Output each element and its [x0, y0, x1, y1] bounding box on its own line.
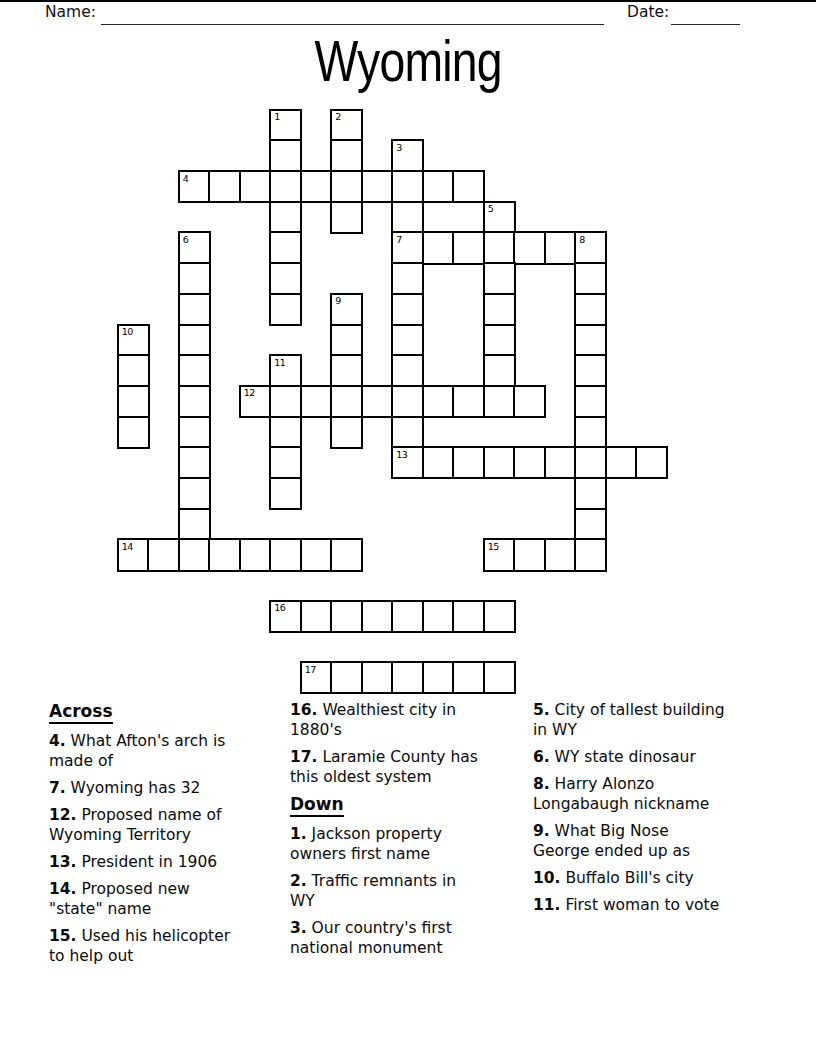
- grid-cell-r16c8[interactable]: [361, 600, 394, 633]
- grid-cell-r6c7[interactable]: 9: [330, 293, 363, 326]
- date-label: Date:: [627, 3, 669, 21]
- grid-cell-r18c10[interactable]: [422, 661, 455, 694]
- across-clue-4: 4. What Afton's arch is made of: [49, 731, 239, 771]
- grid-cell-r18c11[interactable]: [452, 661, 485, 694]
- clue-num-label-6: 6.: [533, 748, 550, 766]
- grid-cell-r16c6[interactable]: [300, 600, 333, 633]
- grid-cell-r11c17[interactable]: [635, 446, 668, 479]
- grid-cell-r5c15[interactable]: [574, 262, 607, 295]
- worksheet-page: { "game": "crossword", "page": { "title"…: [0, 0, 816, 1056]
- clue-number-1: 1: [274, 112, 280, 122]
- across-clue-16: 16. Wealthiest city in 1880's: [290, 700, 483, 740]
- down-heading: Down: [290, 794, 483, 817]
- grid-cell-r8c9[interactable]: [391, 354, 424, 387]
- down-clue-2: 2. Traffic remnants in WY: [290, 871, 483, 911]
- down-clue-6: 6. WY state dinosaur: [533, 747, 726, 767]
- grid-cell-r4c9[interactable]: 7: [391, 231, 424, 264]
- grid-cell-r8c12[interactable]: [483, 354, 516, 387]
- grid-cell-r4c13[interactable]: [513, 231, 546, 264]
- clue-num-label-8: 8.: [533, 775, 550, 793]
- grid-cell-r10c5[interactable]: [269, 416, 302, 449]
- clue-number-15: 15: [488, 542, 499, 552]
- grid-cell-r9c13[interactable]: [513, 385, 546, 418]
- grid-cell-r7c9[interactable]: [391, 324, 424, 357]
- down-heading-text: Down: [290, 794, 344, 817]
- grid-cell-r13c15[interactable]: [574, 508, 607, 541]
- down-clue-9: 9. What Big Nose George ended up as: [533, 821, 726, 861]
- grid-cell-r11c2[interactable]: [178, 446, 211, 479]
- grid-cell-r16c7[interactable]: [330, 600, 363, 633]
- clue-num-label-10: 10.: [533, 869, 560, 887]
- grid-cell-r12c5[interactable]: [269, 477, 302, 510]
- puzzle-title-wrap: Wyoming: [0, 29, 816, 93]
- grid-cell-r14c2[interactable]: [178, 538, 211, 571]
- clue-num-label-1: 1.: [290, 825, 307, 843]
- across-clue-13: 13. President in 1906: [49, 852, 239, 872]
- grid-cell-r6c15[interactable]: [574, 293, 607, 326]
- grid-cell-r2c5[interactable]: [269, 170, 302, 203]
- down-clue-11: 11. First woman to vote: [533, 895, 726, 915]
- clue-number-17: 17: [305, 665, 316, 675]
- grid-cell-r11c11[interactable]: [452, 446, 485, 479]
- clue-number-11: 11: [274, 358, 285, 368]
- across-clue-7: 7. Wyoming has 32: [49, 778, 239, 798]
- clue-num-label-17: 17.: [290, 748, 317, 766]
- across-clue-14: 14. Proposed new "state" name: [49, 879, 239, 919]
- grid-cell-r2c8[interactable]: [361, 170, 394, 203]
- across-clue-12: 12. Proposed name of Wyoming Territory: [49, 805, 239, 845]
- down-clue-1: 1. Jackson property owners first name: [290, 824, 483, 864]
- grid-cell-r14c13[interactable]: [513, 538, 546, 571]
- grid-cell-r7c12[interactable]: [483, 324, 516, 357]
- grid-cell-r8c7[interactable]: [330, 354, 363, 387]
- clue-number-7: 7: [396, 235, 402, 245]
- grid-cell-r5c12[interactable]: [483, 262, 516, 295]
- grid-cell-r5c9[interactable]: [391, 262, 424, 295]
- clues-column-left: Across4. What Afton's arch is made of7. …: [49, 700, 239, 973]
- grid-cell-r9c8[interactable]: [361, 385, 394, 418]
- grid-cell-r2c7[interactable]: [330, 170, 363, 203]
- grid-cell-r3c7[interactable]: [330, 201, 363, 234]
- grid-cell-r8c5[interactable]: 11: [269, 354, 302, 387]
- page-top-rule: [0, 0, 816, 2]
- grid-cell-r9c11[interactable]: [452, 385, 485, 418]
- grid-cell-r14c0[interactable]: 14: [117, 538, 150, 571]
- grid-cell-r14c12[interactable]: 15: [483, 538, 516, 571]
- grid-cell-r9c4[interactable]: 12: [239, 385, 272, 418]
- grid-cell-r10c15[interactable]: [574, 416, 607, 449]
- puzzle-title: Wyoming: [314, 29, 501, 93]
- grid-cell-r0c5[interactable]: 1: [269, 109, 302, 142]
- grid-cell-r11c15[interactable]: [574, 446, 607, 479]
- grid-cell-r10c9[interactable]: [391, 416, 424, 449]
- grid-cell-r9c12[interactable]: [483, 385, 516, 418]
- grid-cell-r18c7[interactable]: [330, 661, 363, 694]
- clue-number-10: 10: [122, 327, 133, 337]
- grid-cell-r8c15[interactable]: [574, 354, 607, 387]
- grid-cell-r7c7[interactable]: [330, 324, 363, 357]
- crossword-grid: 1234567891011121314151617: [118, 110, 667, 693]
- grid-cell-r14c7[interactable]: [330, 538, 363, 571]
- grid-cell-r4c5[interactable]: [269, 231, 302, 264]
- grid-cell-r2c2[interactable]: 4: [178, 170, 211, 203]
- grid-cell-r4c10[interactable]: [422, 231, 455, 264]
- grid-cell-r6c2[interactable]: [178, 293, 211, 326]
- grid-cell-r16c10[interactable]: [422, 600, 455, 633]
- grid-cell-r1c9[interactable]: 3: [391, 139, 424, 172]
- clue-number-6: 6: [183, 235, 189, 245]
- grid-cell-r4c12[interactable]: [483, 231, 516, 264]
- clue-number-2: 2: [335, 112, 341, 122]
- grid-cell-r5c5[interactable]: [269, 262, 302, 295]
- clue-number-14: 14: [122, 542, 133, 552]
- grid-cell-r9c7[interactable]: [330, 385, 363, 418]
- grid-cell-r2c11[interactable]: [452, 170, 485, 203]
- grid-cell-r12c15[interactable]: [574, 477, 607, 510]
- grid-cell-r2c4[interactable]: [239, 170, 272, 203]
- grid-cell-r3c12[interactable]: 5: [483, 201, 516, 234]
- grid-cell-r11c14[interactable]: [544, 446, 577, 479]
- grid-cell-r14c3[interactable]: [208, 538, 241, 571]
- grid-cell-r14c1[interactable]: [147, 538, 180, 571]
- grid-cell-r18c6[interactable]: 17: [300, 661, 333, 694]
- grid-cell-r10c7[interactable]: [330, 416, 363, 449]
- grid-cell-r14c5[interactable]: [269, 538, 302, 571]
- clues-column-middle: 16. Wealthiest city in 1880's17. Laramie…: [290, 700, 483, 965]
- clue-number-8: 8: [579, 235, 585, 245]
- grid-cell-r3c5[interactable]: [269, 201, 302, 234]
- grid-cell-r9c9[interactable]: [391, 385, 424, 418]
- grid-cell-r3c9[interactable]: [391, 201, 424, 234]
- clue-num-label-2: 2.: [290, 872, 307, 890]
- clue-num-label-15: 15.: [49, 927, 76, 945]
- clue-number-16: 16: [274, 603, 285, 613]
- grid-cell-r6c5[interactable]: [269, 293, 302, 326]
- grid-cell-r14c14[interactable]: [544, 538, 577, 571]
- clue-num-label-3: 3.: [290, 919, 307, 937]
- grid-cell-r5c2[interactable]: [178, 262, 211, 295]
- grid-cell-r1c5[interactable]: [269, 139, 302, 172]
- down-clue-5: 5. City of tallest building in WY: [533, 700, 726, 740]
- grid-cell-r4c14[interactable]: [544, 231, 577, 264]
- clue-num-label-9: 9.: [533, 822, 550, 840]
- clue-number-13: 13: [396, 450, 407, 460]
- clue-num-label-7: 7.: [49, 779, 66, 797]
- grid-cell-r18c8[interactable]: [361, 661, 394, 694]
- clue-number-4: 4: [183, 174, 189, 184]
- grid-cell-r4c2[interactable]: 6: [178, 231, 211, 264]
- across-clue-15: 15. Used his helicopter to help out: [49, 926, 239, 966]
- across-clue-17: 17. Laramie County has this oldest syste…: [290, 747, 483, 787]
- clue-num-label-16: 16.: [290, 701, 317, 719]
- grid-cell-r4c15[interactable]: 8: [574, 231, 607, 264]
- grid-cell-r9c0[interactable]: [117, 385, 150, 418]
- grid-cell-r10c0[interactable]: [117, 416, 150, 449]
- grid-cell-r16c12[interactable]: [483, 600, 516, 633]
- clue-number-12: 12: [244, 388, 255, 398]
- clue-num-label-11: 11.: [533, 896, 560, 914]
- grid-cell-r16c5[interactable]: 16: [269, 600, 302, 633]
- clue-num-label-13: 13.: [49, 853, 76, 871]
- clue-num-label-5: 5.: [533, 701, 550, 719]
- grid-cell-r11c5[interactable]: [269, 446, 302, 479]
- grid-cell-r10c2[interactable]: [178, 416, 211, 449]
- down-clue-8: 8. Harry Alonzo Longabaugh nickname: [533, 774, 726, 814]
- grid-cell-r2c10[interactable]: [422, 170, 455, 203]
- grid-cell-r14c15[interactable]: [574, 538, 607, 571]
- clue-number-3: 3: [396, 143, 402, 153]
- clue-num-label-14: 14.: [49, 880, 76, 898]
- name-input-line[interactable]: [101, 24, 604, 25]
- clue-num-label-4: 4.: [49, 732, 66, 750]
- grid-cell-r4c11[interactable]: [452, 231, 485, 264]
- grid-cell-r14c4[interactable]: [239, 538, 272, 571]
- grid-cell-r18c12[interactable]: [483, 661, 516, 694]
- grid-cell-r2c9[interactable]: [391, 170, 424, 203]
- grid-cell-r2c3[interactable]: [208, 170, 241, 203]
- grid-cell-r13c2[interactable]: [178, 508, 211, 541]
- grid-cell-r11c13[interactable]: [513, 446, 546, 479]
- grid-cell-r8c2[interactable]: [178, 354, 211, 387]
- clue-number-9: 9: [335, 296, 341, 306]
- grid-cell-r18c9[interactable]: [391, 661, 424, 694]
- name-label: Name:: [45, 3, 96, 21]
- grid-cell-r11c10[interactable]: [422, 446, 455, 479]
- grid-cell-r9c15[interactable]: [574, 385, 607, 418]
- grid-cell-r16c11[interactable]: [452, 600, 485, 633]
- grid-cell-r11c12[interactable]: [483, 446, 516, 479]
- across-heading-text: Across: [49, 701, 113, 724]
- grid-cell-r2c6[interactable]: [300, 170, 333, 203]
- grid-cell-r1c7[interactable]: [330, 139, 363, 172]
- clue-num-label-12: 12.: [49, 806, 76, 824]
- grid-cell-r11c9[interactable]: 13: [391, 446, 424, 479]
- grid-cell-r9c10[interactable]: [422, 385, 455, 418]
- grid-cell-r9c2[interactable]: [178, 385, 211, 418]
- grid-cell-r7c15[interactable]: [574, 324, 607, 357]
- grid-cell-r11c16[interactable]: [605, 446, 638, 479]
- date-input-line[interactable]: [671, 24, 740, 25]
- grid-cell-r7c2[interactable]: [178, 324, 211, 357]
- grid-cell-r6c9[interactable]: [391, 293, 424, 326]
- grid-cell-r8c0[interactable]: [117, 354, 150, 387]
- across-heading: Across: [49, 701, 239, 724]
- grid-cell-r0c7[interactable]: 2: [330, 109, 363, 142]
- down-clue-3: 3. Our country's first national monument: [290, 918, 483, 958]
- grid-cell-r12c2[interactable]: [178, 477, 211, 510]
- grid-cell-r9c5[interactable]: [269, 385, 302, 418]
- clues-column-right: 5. City of tallest building in WY6. WY s…: [533, 700, 726, 922]
- grid-cell-r7c0[interactable]: 10: [117, 324, 150, 357]
- grid-cell-r9c6[interactable]: [300, 385, 333, 418]
- down-clue-10: 10. Buffalo Bill's city: [533, 868, 726, 888]
- clue-number-5: 5: [488, 204, 494, 214]
- grid-cell-r14c6[interactable]: [300, 538, 333, 571]
- grid-cell-r16c9[interactable]: [391, 600, 424, 633]
- grid-cell-r6c12[interactable]: [483, 293, 516, 326]
